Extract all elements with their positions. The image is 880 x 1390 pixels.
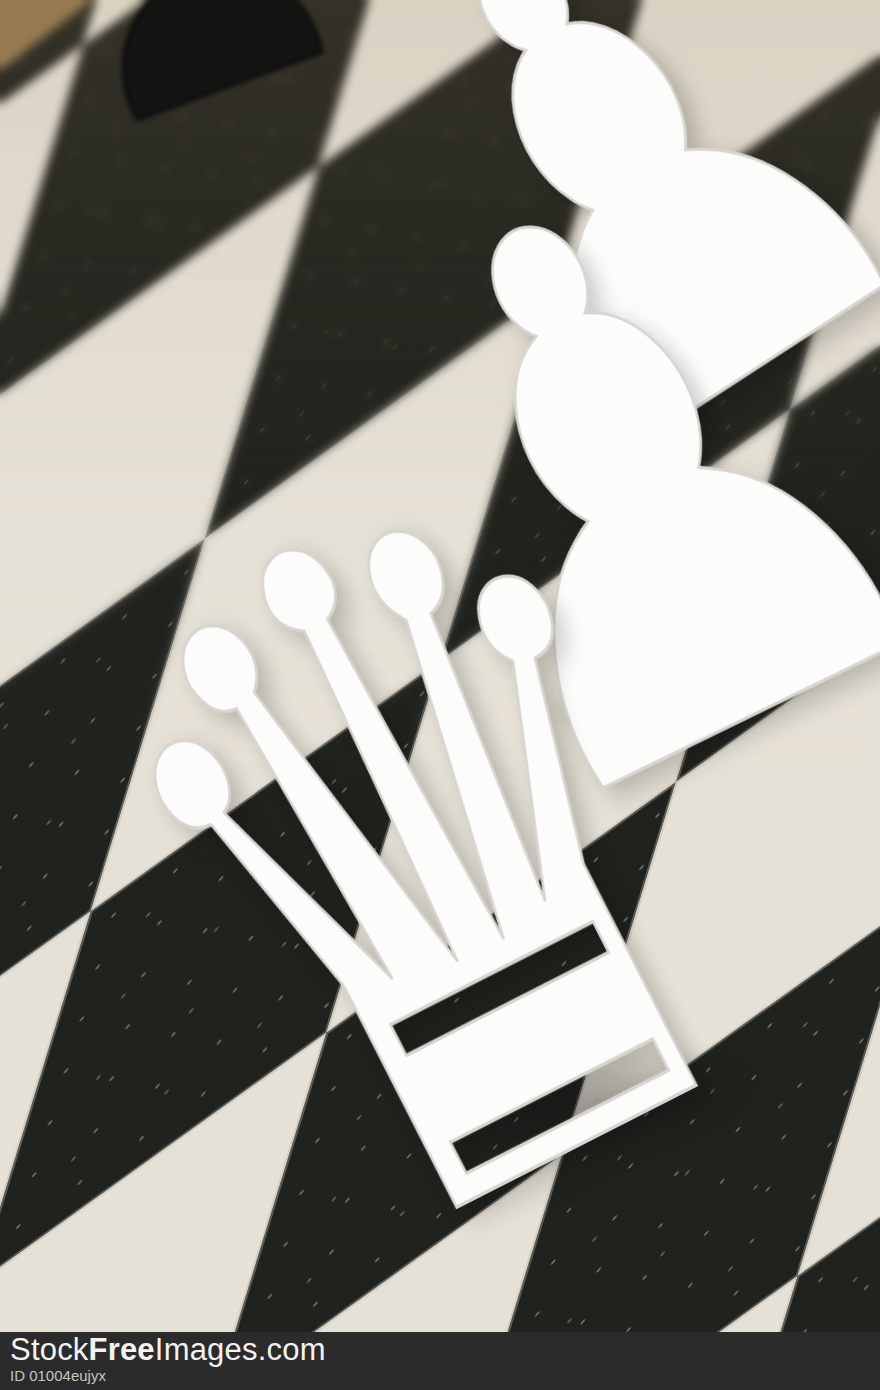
watermark-bar: StockFreeImages.com ID 01004eujyx bbox=[0, 1332, 880, 1390]
chess-photo: ♟ ♟ ♟ ♛ bbox=[0, 0, 880, 1332]
site-suffix: Images.com bbox=[155, 1332, 326, 1367]
stock-photo-page: ♟ ♟ ♟ ♛ StockFreeImages.com ID 01004eujy… bbox=[0, 0, 880, 1390]
site-prefix: Stock bbox=[10, 1332, 89, 1367]
watermark-site-name: StockFreeImages.com bbox=[10, 1334, 880, 1367]
watermark-image-id: ID 01004eujyx bbox=[10, 1367, 880, 1384]
site-bold: Free bbox=[89, 1332, 155, 1367]
